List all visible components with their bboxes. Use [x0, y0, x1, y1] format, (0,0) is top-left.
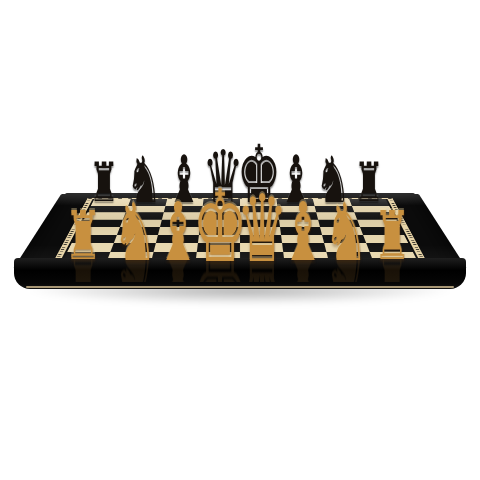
- white-rook-piece[interactable]: ♜: [373, 203, 410, 270]
- white-knight-piece[interactable]: ♞: [113, 193, 157, 273]
- white-pieces-row: ♜♞♝♚♛♝♞♜: [0, 0, 480, 480]
- white-knight-piece[interactable]: ♞: [324, 193, 368, 273]
- white-rook-piece[interactable]: ♜: [64, 203, 101, 270]
- white-bishop-piece[interactable]: ♝: [280, 192, 325, 273]
- chess-set-photo: ♜♞♝♚♛♝♞♜ ♜♞♝♛♚♝♞♜ ♜♞♝♚♛♝♞♜: [0, 0, 480, 480]
